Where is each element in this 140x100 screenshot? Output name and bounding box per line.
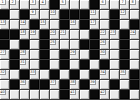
- clue-number: 37: [50, 80, 56, 85]
- white-cell[interactable]: [10, 40, 20, 50]
- clue-number: 41: [70, 90, 76, 95]
- black-cell: [20, 40, 30, 50]
- white-cell[interactable]: [70, 0, 80, 10]
- black-cell: [10, 30, 20, 40]
- clue-number: 22: [100, 30, 106, 35]
- white-cell[interactable]: 11: [90, 10, 100, 20]
- white-cell[interactable]: [10, 70, 20, 80]
- white-cell[interactable]: [30, 90, 40, 100]
- clue-number: 32: [0, 70, 6, 75]
- black-cell: [0, 40, 10, 50]
- white-cell[interactable]: [10, 20, 20, 30]
- white-cell[interactable]: 38: [70, 80, 80, 90]
- white-cell[interactable]: [130, 60, 140, 70]
- white-cell[interactable]: [110, 70, 120, 80]
- white-cell[interactable]: [80, 90, 90, 100]
- white-cell[interactable]: [130, 90, 140, 100]
- white-cell[interactable]: [100, 20, 110, 30]
- black-cell: [80, 20, 90, 30]
- black-cell: [40, 60, 50, 70]
- white-cell[interactable]: 35: [120, 70, 130, 80]
- white-cell[interactable]: [20, 0, 30, 10]
- white-cell[interactable]: [70, 60, 80, 70]
- black-cell: [20, 10, 30, 20]
- clue-number: 36: [20, 80, 26, 85]
- black-cell: [80, 80, 90, 90]
- white-cell[interactable]: 17: [90, 20, 100, 30]
- clue-number: 9: [30, 10, 36, 15]
- clue-number: 5: [60, 0, 66, 5]
- black-cell: [30, 20, 40, 30]
- white-cell[interactable]: [120, 80, 130, 90]
- clue-number: 27: [0, 50, 6, 55]
- black-cell: [70, 10, 80, 20]
- white-cell[interactable]: 26: [100, 40, 110, 50]
- white-cell[interactable]: [110, 60, 120, 70]
- white-cell[interactable]: 22: [100, 30, 110, 40]
- white-cell[interactable]: 4: [40, 0, 50, 10]
- white-cell[interactable]: [50, 20, 60, 30]
- white-cell[interactable]: [110, 50, 120, 60]
- white-cell[interactable]: [50, 60, 60, 70]
- white-cell[interactable]: [80, 30, 90, 40]
- black-cell: [0, 10, 10, 20]
- clue-number: 20: [50, 30, 56, 35]
- white-cell[interactable]: [0, 60, 10, 70]
- black-cell: [120, 30, 130, 40]
- white-cell[interactable]: [20, 90, 30, 100]
- white-cell[interactable]: [30, 60, 40, 70]
- white-cell[interactable]: 24: [130, 30, 140, 40]
- white-cell[interactable]: [110, 40, 120, 50]
- black-cell: [100, 60, 110, 70]
- clue-number: 35: [120, 70, 126, 75]
- white-cell[interactable]: 12: [120, 10, 130, 20]
- white-cell[interactable]: [70, 30, 80, 40]
- white-cell[interactable]: 18: [20, 30, 30, 40]
- black-cell: [10, 60, 20, 70]
- clue-number: 21: [60, 30, 66, 35]
- black-cell: [80, 10, 90, 20]
- black-cell: [90, 30, 100, 40]
- clue-number: 18: [20, 30, 26, 35]
- black-cell: [40, 30, 50, 40]
- clue-number: 19: [30, 30, 36, 35]
- white-cell[interactable]: 40: [0, 90, 10, 100]
- white-cell[interactable]: [40, 10, 50, 20]
- black-cell: [90, 50, 100, 60]
- white-cell[interactable]: 5: [60, 0, 70, 10]
- white-cell[interactable]: 20: [50, 30, 60, 40]
- black-cell: [110, 80, 120, 90]
- white-cell[interactable]: 32: [0, 70, 10, 80]
- clue-number: 30: [100, 50, 106, 55]
- black-cell: [90, 70, 100, 80]
- white-cell[interactable]: 27: [0, 50, 10, 60]
- black-cell: [80, 40, 90, 50]
- white-cell[interactable]: 33: [30, 70, 40, 80]
- white-cell[interactable]: [80, 70, 90, 80]
- white-cell[interactable]: [110, 90, 120, 100]
- white-cell[interactable]: 25: [50, 40, 60, 50]
- black-cell: [110, 10, 120, 20]
- clue-number: 23: [110, 30, 116, 35]
- black-cell: [60, 50, 70, 60]
- white-cell[interactable]: [50, 50, 60, 60]
- white-cell[interactable]: [80, 50, 90, 60]
- clue-number: 10: [50, 10, 56, 15]
- white-cell[interactable]: 14: [20, 20, 30, 30]
- white-cell[interactable]: 3: [30, 0, 40, 10]
- clue-number: 40: [0, 90, 6, 95]
- black-cell: [60, 10, 70, 20]
- clue-number: 38: [70, 80, 76, 85]
- clue-number: 2: [10, 0, 16, 5]
- clue-number: 3: [30, 0, 36, 5]
- white-cell[interactable]: 16: [70, 20, 80, 30]
- black-cell: [130, 20, 140, 30]
- white-cell[interactable]: 7: [120, 0, 130, 10]
- black-cell: [60, 80, 70, 90]
- black-cell: [20, 70, 30, 80]
- white-cell[interactable]: 36: [20, 80, 30, 90]
- white-cell[interactable]: [120, 20, 130, 30]
- white-cell[interactable]: [10, 90, 20, 100]
- black-cell: [40, 50, 50, 60]
- black-cell: [60, 20, 70, 30]
- clue-number: 34: [100, 70, 106, 75]
- white-cell[interactable]: [130, 10, 140, 20]
- black-cell: [90, 40, 100, 50]
- black-cell: [60, 60, 70, 70]
- white-cell[interactable]: [80, 0, 90, 10]
- white-cell[interactable]: 29: [70, 50, 80, 60]
- black-cell: [50, 0, 60, 10]
- black-cell: [90, 90, 100, 100]
- black-cell: [40, 80, 50, 90]
- white-cell[interactable]: [60, 40, 70, 50]
- white-cell[interactable]: 21: [60, 30, 70, 40]
- white-cell[interactable]: 15: [40, 20, 50, 30]
- black-cell: [120, 60, 130, 70]
- black-cell: [0, 30, 10, 40]
- clue-number: 14: [20, 20, 26, 25]
- white-cell[interactable]: [60, 70, 70, 80]
- white-cell[interactable]: 13: [0, 20, 10, 30]
- white-cell[interactable]: 34: [100, 70, 110, 80]
- black-cell: [120, 90, 130, 100]
- crossword-board: 1234567891011121314151617181920212223242…: [0, 0, 140, 100]
- white-cell[interactable]: [10, 10, 20, 20]
- clue-number: 6: [100, 0, 106, 5]
- black-cell: [120, 40, 130, 50]
- clue-number: 29: [70, 50, 76, 55]
- white-cell[interactable]: [110, 0, 120, 10]
- black-cell: [80, 60, 90, 70]
- clue-number: 4: [40, 0, 46, 5]
- clue-number: 7: [120, 0, 126, 5]
- clue-number: 8: [130, 0, 136, 5]
- clue-number: 1: [0, 0, 6, 5]
- white-cell[interactable]: 8: [130, 0, 140, 10]
- clue-number: 25: [50, 40, 56, 45]
- white-cell[interactable]: [130, 40, 140, 50]
- white-cell[interactable]: 42: [100, 90, 110, 100]
- white-cell[interactable]: [50, 90, 60, 100]
- black-cell: [90, 0, 100, 10]
- clue-number: 12: [120, 10, 126, 15]
- clue-number: 16: [70, 20, 76, 25]
- black-cell: [130, 80, 140, 90]
- white-cell[interactable]: [30, 40, 40, 50]
- white-cell[interactable]: [90, 60, 100, 70]
- clue-number: 26: [100, 40, 106, 45]
- black-cell: [60, 90, 70, 100]
- white-cell[interactable]: 6: [100, 0, 110, 10]
- white-cell[interactable]: [40, 70, 50, 80]
- clue-number: 13: [0, 20, 6, 25]
- crossword-screenshot: 1234567891011121314151617181920212223242…: [0, 0, 140, 100]
- white-cell[interactable]: 1: [0, 0, 10, 10]
- white-cell[interactable]: 2: [10, 0, 20, 10]
- black-cell: [130, 70, 140, 80]
- clue-number: 11: [90, 10, 96, 15]
- black-cell: [50, 70, 60, 80]
- white-cell[interactable]: 31: [20, 60, 30, 70]
- black-cell: [30, 80, 40, 90]
- white-cell[interactable]: [0, 80, 10, 90]
- clue-number: 15: [40, 20, 46, 25]
- black-cell: [120, 50, 130, 60]
- clue-number: 42: [100, 90, 106, 95]
- white-cell[interactable]: 39: [90, 80, 100, 90]
- clue-number: 39: [90, 80, 96, 85]
- white-cell[interactable]: 30: [100, 50, 110, 60]
- white-cell[interactable]: 9: [30, 10, 40, 20]
- white-cell[interactable]: [100, 10, 110, 20]
- white-cell[interactable]: [100, 80, 110, 90]
- white-cell[interactable]: 28: [20, 50, 30, 60]
- white-cell[interactable]: [130, 50, 140, 60]
- black-cell: [10, 50, 20, 60]
- white-cell[interactable]: 23: [110, 30, 120, 40]
- black-cell: [10, 80, 20, 90]
- white-cell[interactable]: [70, 40, 80, 50]
- clue-number: 31: [20, 60, 26, 65]
- clue-number: 28: [20, 50, 26, 55]
- black-cell: [40, 40, 50, 50]
- white-cell[interactable]: 10: [50, 10, 60, 20]
- white-cell[interactable]: [40, 90, 50, 100]
- white-cell[interactable]: 41: [70, 90, 80, 100]
- white-cell[interactable]: 37: [50, 80, 60, 90]
- white-cell[interactable]: 19: [30, 30, 40, 40]
- black-cell: [70, 70, 80, 80]
- clue-number: 33: [30, 70, 36, 75]
- black-cell: [110, 20, 120, 30]
- clue-number: 17: [90, 20, 96, 25]
- clue-number: 24: [130, 30, 136, 35]
- white-cell[interactable]: [30, 50, 40, 60]
